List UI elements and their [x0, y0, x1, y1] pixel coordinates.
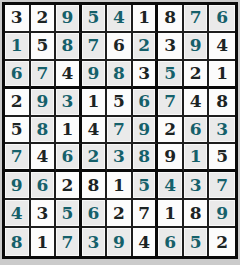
- cell-r2c8[interactable]: 9: [184, 33, 210, 61]
- cell-r4c5[interactable]: 5: [107, 89, 133, 117]
- cell-r4c6[interactable]: 6: [133, 89, 159, 117]
- cell-r7c2[interactable]: 6: [31, 172, 57, 200]
- cell-r8c9[interactable]: 9: [209, 200, 235, 228]
- cell-r6c3[interactable]: 6: [56, 144, 82, 172]
- cell-r3c1[interactable]: 6: [5, 61, 31, 89]
- cell-r9c2[interactable]: 1: [31, 228, 57, 256]
- cell-r3c9[interactable]: 1: [209, 61, 235, 89]
- cell-r6c1[interactable]: 7: [5, 144, 31, 172]
- cell-r6c7[interactable]: 9: [158, 144, 184, 172]
- cell-r2c3[interactable]: 8: [56, 33, 82, 61]
- cell-r8c5[interactable]: 2: [107, 200, 133, 228]
- cell-r3c8[interactable]: 2: [184, 61, 210, 89]
- cell-r1c2[interactable]: 2: [31, 5, 57, 33]
- cell-r5c5[interactable]: 7: [107, 117, 133, 145]
- cell-r1c7[interactable]: 8: [158, 5, 184, 33]
- cell-r5c9[interactable]: 3: [209, 117, 235, 145]
- cell-r7c3[interactable]: 2: [56, 172, 82, 200]
- cell-r3c3[interactable]: 4: [56, 61, 82, 89]
- cell-r1c3[interactable]: 9: [56, 5, 82, 33]
- cell-r2c2[interactable]: 5: [31, 33, 57, 61]
- cell-r2c1[interactable]: 1: [5, 33, 31, 61]
- cell-r4c3[interactable]: 3: [56, 89, 82, 117]
- cell-r6c9[interactable]: 5: [209, 144, 235, 172]
- cell-r6c4[interactable]: 2: [82, 144, 108, 172]
- cell-r5c6[interactable]: 9: [133, 117, 159, 145]
- cell-r9c8[interactable]: 5: [184, 228, 210, 256]
- cell-r1c9[interactable]: 6: [209, 5, 235, 33]
- cell-r8c4[interactable]: 6: [82, 200, 108, 228]
- cell-r1c5[interactable]: 4: [107, 5, 133, 33]
- cell-r8c2[interactable]: 3: [31, 200, 57, 228]
- cell-r9c4[interactable]: 3: [82, 228, 108, 256]
- cell-r2c9[interactable]: 4: [209, 33, 235, 61]
- cell-r4c1[interactable]: 2: [5, 89, 31, 117]
- cell-r7c6[interactable]: 5: [133, 172, 159, 200]
- cell-r1c8[interactable]: 7: [184, 5, 210, 33]
- cell-r9c9[interactable]: 2: [209, 228, 235, 256]
- cell-r5c2[interactable]: 8: [31, 117, 57, 145]
- cell-r8c7[interactable]: 1: [158, 200, 184, 228]
- cell-r3c4[interactable]: 9: [82, 61, 108, 89]
- cell-r2c4[interactable]: 7: [82, 33, 108, 61]
- cell-r7c5[interactable]: 1: [107, 172, 133, 200]
- cell-r5c3[interactable]: 1: [56, 117, 82, 145]
- cell-r7c4[interactable]: 8: [82, 172, 108, 200]
- cell-r2c6[interactable]: 2: [133, 33, 159, 61]
- cell-r9c3[interactable]: 7: [56, 228, 82, 256]
- cell-r1c1[interactable]: 3: [5, 5, 31, 33]
- cell-r7c1[interactable]: 9: [5, 172, 31, 200]
- cell-r4c4[interactable]: 1: [82, 89, 108, 117]
- cell-r6c8[interactable]: 1: [184, 144, 210, 172]
- cell-r3c6[interactable]: 3: [133, 61, 159, 89]
- cell-r7c7[interactable]: 4: [158, 172, 184, 200]
- cell-r3c2[interactable]: 7: [31, 61, 57, 89]
- cell-r3c5[interactable]: 8: [107, 61, 133, 89]
- cell-r5c1[interactable]: 5: [5, 117, 31, 145]
- cell-r3c7[interactable]: 5: [158, 61, 184, 89]
- cell-r6c2[interactable]: 4: [31, 144, 57, 172]
- cell-r2c7[interactable]: 3: [158, 33, 184, 61]
- cell-r7c8[interactable]: 3: [184, 172, 210, 200]
- cell-r7c9[interactable]: 7: [209, 172, 235, 200]
- cell-r8c3[interactable]: 5: [56, 200, 82, 228]
- cell-r2c5[interactable]: 6: [107, 33, 133, 61]
- cell-r6c6[interactable]: 8: [133, 144, 159, 172]
- cell-r6c5[interactable]: 3: [107, 144, 133, 172]
- cell-r4c7[interactable]: 7: [158, 89, 184, 117]
- sudoku-board: 3295418761587623946749835212931567485814…: [2, 2, 238, 259]
- cell-r5c4[interactable]: 4: [82, 117, 108, 145]
- cell-r5c7[interactable]: 2: [158, 117, 184, 145]
- cell-r8c8[interactable]: 8: [184, 200, 210, 228]
- cell-r9c6[interactable]: 4: [133, 228, 159, 256]
- cell-r9c7[interactable]: 6: [158, 228, 184, 256]
- cell-r8c1[interactable]: 4: [5, 200, 31, 228]
- cell-r5c8[interactable]: 6: [184, 117, 210, 145]
- cell-r9c1[interactable]: 8: [5, 228, 31, 256]
- cell-r4c2[interactable]: 9: [31, 89, 57, 117]
- cell-r4c8[interactable]: 4: [184, 89, 210, 117]
- cell-r9c5[interactable]: 9: [107, 228, 133, 256]
- cell-r1c6[interactable]: 1: [133, 5, 159, 33]
- cell-r8c6[interactable]: 7: [133, 200, 159, 228]
- cell-r1c4[interactable]: 5: [82, 5, 108, 33]
- cell-r4c9[interactable]: 8: [209, 89, 235, 117]
